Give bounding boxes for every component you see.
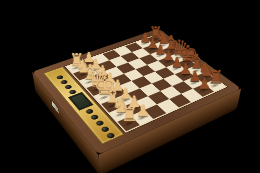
product-photo-scene: ♜♟♟♜♞♟♟♞♝♟♟♝♛♟♟♛♚♟♟♚♝♟♟♝♞♟♟♞♜♟♟♜ [0, 0, 260, 173]
panel-button-upper-1[interactable] [56, 74, 65, 79]
panel-button-upper-3[interactable] [64, 84, 73, 90]
panel-button-lower-5[interactable] [106, 131, 116, 138]
lcd-display [68, 91, 94, 110]
lcd-glass [71, 94, 90, 108]
chess-computer-board: ♜♟♟♜♞♟♟♞♝♟♟♝♛♟♟♛♚♟♟♚♝♟♟♝♞♟♟♞♜♟♟♜ [32, 28, 241, 154]
piece-glyph: ♜ [117, 104, 141, 124]
panel-button-upper-2[interactable] [60, 79, 69, 84]
panel-button-lower-1[interactable] [85, 108, 95, 114]
panel-button-lower-3[interactable] [95, 119, 105, 126]
panel-button-lower-2[interactable] [90, 113, 100, 120]
panel-button-upper-4[interactable] [68, 89, 77, 95]
square-6-5[interactable] [152, 78, 172, 90]
panel-button-lower-4[interactable] [100, 125, 110, 132]
piece-glyph: ♟ [193, 76, 215, 91]
brand-plaque [51, 99, 59, 114]
plaque-engraving [53, 102, 58, 110]
